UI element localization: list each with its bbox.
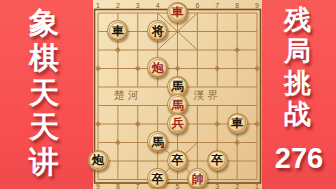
file-number: 1 — [255, 182, 259, 189]
file-number: 3 — [136, 2, 140, 9]
piece-glyph: 車 — [172, 6, 184, 18]
file-number: 9 — [96, 182, 100, 189]
piece-glyph: 炮 — [92, 154, 104, 166]
file-number: 6 — [195, 2, 199, 9]
file-number: 3 — [215, 182, 219, 189]
right-banner-panel: 残局挑战 276 — [262, 0, 336, 189]
piece-black-soldier[interactable]: 卒 — [147, 168, 168, 189]
left-banner-text: 象棋天天讲 — [29, 6, 59, 180]
piece-glyph: 馬 — [172, 99, 184, 111]
piece-black-cannon[interactable]: 炮 — [88, 150, 109, 171]
piece-glyph: 炮 — [152, 62, 164, 74]
file-number: 7 — [136, 182, 140, 189]
river-label-chu-he: 楚河 — [114, 88, 142, 103]
right-banner-text: 残局挑战 — [284, 5, 311, 130]
piece-glyph: 車 — [112, 25, 124, 37]
river-label-han-jie: 漢界 — [193, 88, 221, 103]
file-number: 7 — [215, 2, 219, 9]
piece-glyph: 卒 — [211, 154, 223, 166]
file-number: 4 — [156, 2, 160, 9]
piece-glyph: 帥 — [191, 173, 203, 185]
piece-glyph: 卒 — [152, 173, 164, 185]
xiangqi-board[interactable]: 123456789 987654321 楚河 漢界 車車将炮馬馬兵車馬炮卒卒卒帥 — [93, 0, 262, 189]
piece-black-chariot[interactable]: 車 — [227, 113, 248, 134]
file-number: 8 — [235, 2, 239, 9]
file-number: 9 — [255, 2, 259, 9]
file-number: 2 — [116, 2, 120, 9]
piece-red-chariot[interactable]: 車 — [167, 2, 188, 23]
piece-red-horse[interactable]: 馬 — [167, 94, 188, 115]
piece-red-soldier[interactable]: 兵 — [167, 113, 188, 134]
piece-black-soldier[interactable]: 卒 — [167, 150, 188, 171]
piece-glyph: 兵 — [172, 117, 184, 129]
piece-red-general[interactable]: 帥 — [187, 168, 208, 189]
video-frame: 象棋天天讲 123456789 987654321 楚河 漢界 車車将炮馬馬兵車… — [0, 0, 336, 189]
file-number: 2 — [235, 182, 239, 189]
file-number: 1 — [96, 2, 100, 9]
piece-black-horse[interactable]: 馬 — [147, 131, 168, 152]
file-number: 5 — [176, 182, 180, 189]
piece-black-general[interactable]: 将 — [147, 20, 168, 41]
piece-glyph: 車 — [231, 117, 243, 129]
piece-glyph: 馬 — [172, 80, 184, 92]
piece-glyph: 卒 — [172, 154, 184, 166]
challenge-number: 276 — [262, 142, 336, 175]
file-number: 8 — [116, 182, 120, 189]
piece-glyph: 将 — [152, 25, 164, 37]
piece-red-cannon[interactable]: 炮 — [147, 57, 168, 78]
piece-black-soldier[interactable]: 卒 — [207, 150, 228, 171]
piece-glyph: 馬 — [152, 136, 164, 148]
left-banner-panel: 象棋天天讲 — [0, 0, 93, 189]
